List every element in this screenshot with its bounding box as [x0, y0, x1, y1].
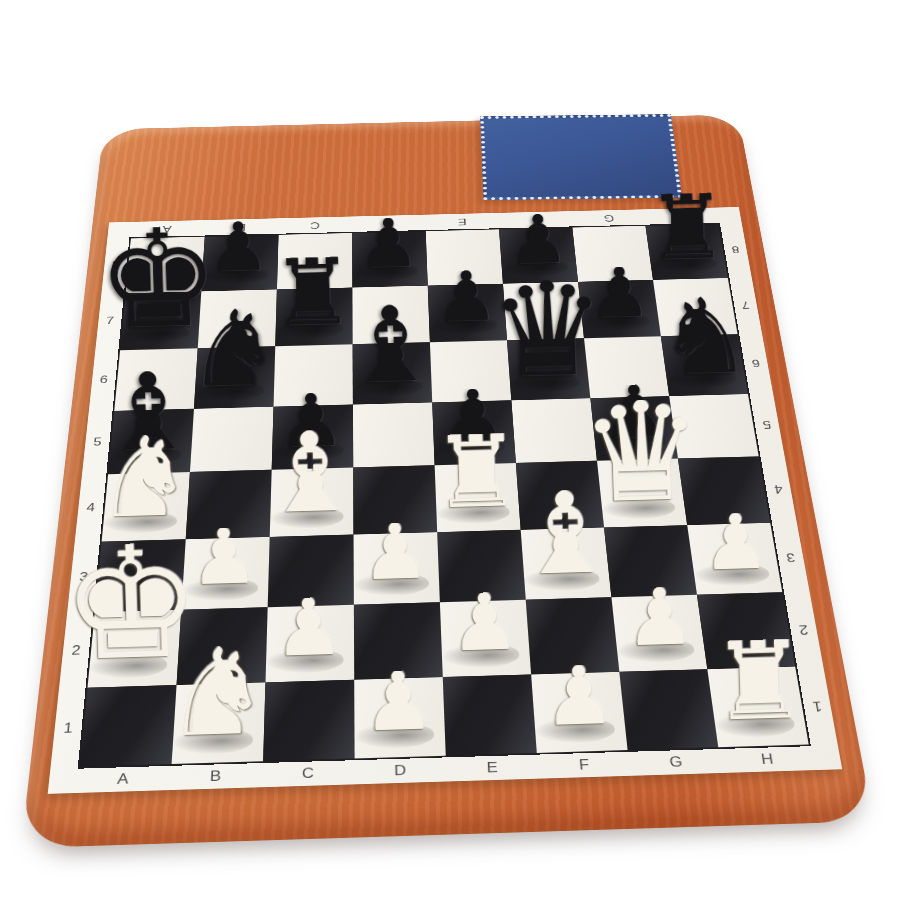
file-labels-top-label-D: D — [352, 215, 426, 232]
file-labels-top-label-G: G — [571, 209, 646, 226]
square-d6: ♝ — [353, 342, 433, 404]
white-pawn-d1: ♟ — [361, 670, 436, 735]
white-pawn-h3: ♟ — [701, 513, 771, 574]
file-labels-bottom-label-F: F — [537, 752, 631, 779]
black-rook-h8: ♜ — [646, 192, 728, 263]
white-pawn-f1: ♟ — [542, 665, 616, 730]
file-labels-top-label-H: H — [644, 208, 720, 225]
square-g2: ♟ — [611, 595, 707, 672]
square-c1 — [263, 679, 354, 761]
white-pawn-e2: ♟ — [449, 591, 521, 654]
white-pawn-g2: ♟ — [624, 586, 696, 649]
white-pawn-d3: ♟ — [360, 522, 430, 583]
square-b1: ♞ — [172, 682, 266, 764]
square-d3: ♟ — [354, 532, 440, 605]
white-pawn-c2: ♟ — [273, 597, 346, 660]
square-c7: ♜ — [275, 287, 352, 346]
black-bishop-d6: ♝ — [343, 303, 439, 386]
scene: ABCDEFGH ABCDEFGH 87654321 87654321 ♟♟♟♜… — [22, 0, 877, 840]
black-knight-b6: ♞ — [185, 307, 281, 391]
file-labels-top-label-B: B — [204, 218, 279, 235]
square-f3: ♝ — [521, 527, 612, 600]
square-e2: ♟ — [440, 600, 531, 677]
square-c4: ♝ — [270, 467, 354, 536]
square-e1 — [443, 674, 537, 756]
table-plane: ABCDEFGH ABCDEFGH 87654321 87654321 ♟♟♟♜… — [20, 108, 874, 853]
square-d8: ♟ — [352, 231, 428, 287]
square-h8: ♜ — [645, 224, 727, 280]
square-h3: ♟ — [687, 522, 782, 594]
white-bishop-f3: ♝ — [514, 489, 617, 580]
white-knight-a4: ♞ — [93, 433, 195, 521]
square-d1: ♟ — [354, 677, 446, 759]
black-queen-f6: ♛ — [488, 279, 607, 383]
white-knight-b1: ♞ — [161, 645, 272, 742]
square-b6: ♞ — [194, 346, 275, 408]
square-h1: ♜ — [707, 666, 808, 747]
file-labels-bottom-label-D: D — [354, 757, 447, 784]
file-labels-top-label-C: C — [278, 216, 352, 233]
file-labels-bottom-label-A: A — [75, 766, 170, 793]
file-labels-bottom-label-H: H — [720, 746, 815, 773]
white-bishop-c4: ♝ — [260, 429, 361, 517]
square-c2: ♟ — [265, 605, 354, 682]
file-labels-top-label-E: E — [425, 213, 499, 230]
file-labels-bottom-label-B: B — [168, 763, 262, 790]
square-g1 — [619, 669, 718, 750]
file-labels-bottom-label-C: C — [261, 760, 354, 787]
file-labels-top-label-F: F — [498, 211, 573, 228]
page: { "game": "chess", "scene_description": … — [0, 0, 900, 900]
file-labels-bottom-label-E: E — [446, 755, 539, 782]
file-labels-top-label-A: A — [129, 220, 204, 237]
white-rook-e4: ♜ — [431, 433, 522, 513]
file-labels-bottom-label-G: G — [629, 749, 724, 776]
board-grid: ♟♟♟♜♚♜♟♟♞♝♛♞♝♟♟♟♞♝♜♛♟♟♝♟♚♟♟♟♞♟♟♜ — [78, 223, 811, 769]
chess-mat: ABCDEFGH ABCDEFGH 87654321 87654321 ♟♟♟♜… — [48, 207, 843, 794]
square-f1: ♟ — [531, 671, 628, 752]
